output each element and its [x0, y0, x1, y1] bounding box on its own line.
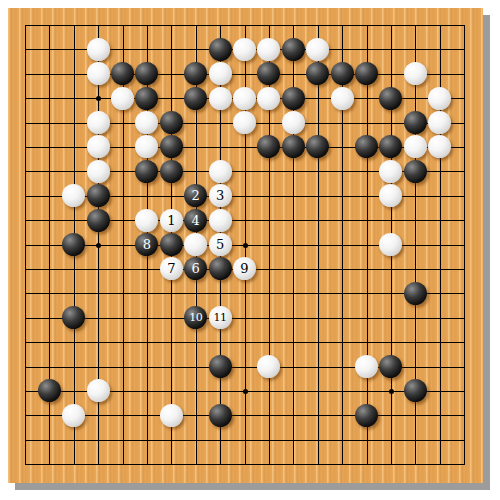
black-stone[interactable] [257, 135, 280, 158]
white-stone-move-9[interactable]: 9 [233, 257, 256, 280]
black-stone-move-10[interactable]: 10 [184, 306, 207, 329]
move-number-label: 2 [184, 184, 207, 207]
white-stone[interactable] [257, 38, 280, 61]
stones-layer: 2314857691011 [13, 13, 476, 476]
white-stone[interactable] [160, 404, 183, 427]
black-stone[interactable] [379, 87, 402, 110]
black-stone[interactable] [135, 160, 158, 183]
black-stone[interactable] [135, 62, 158, 85]
white-stone[interactable] [87, 160, 110, 183]
black-stone-move-6[interactable]: 6 [184, 257, 207, 280]
move-number-label: 1 [160, 209, 183, 232]
white-stone-move-3[interactable]: 3 [209, 184, 232, 207]
white-stone[interactable] [282, 111, 305, 134]
white-stone-move-5[interactable]: 5 [209, 233, 232, 256]
white-stone[interactable] [404, 135, 427, 158]
black-stone[interactable] [160, 160, 183, 183]
black-stone[interactable] [331, 62, 354, 85]
black-stone[interactable] [62, 233, 85, 256]
move-number-label: 6 [184, 257, 207, 280]
white-stone[interactable] [62, 184, 85, 207]
black-stone[interactable] [355, 135, 378, 158]
black-stone[interactable] [306, 135, 329, 158]
black-stone[interactable] [282, 38, 305, 61]
white-stone[interactable] [233, 111, 256, 134]
white-stone[interactable] [233, 38, 256, 61]
black-stone[interactable] [87, 209, 110, 232]
white-stone[interactable] [87, 111, 110, 134]
white-stone-move-7[interactable]: 7 [160, 257, 183, 280]
black-stone[interactable] [38, 379, 61, 402]
go-board[interactable]: 2314857691011 [8, 8, 483, 483]
black-stone[interactable] [135, 87, 158, 110]
black-stone[interactable] [209, 404, 232, 427]
black-stone-move-8[interactable]: 8 [135, 233, 158, 256]
black-stone-move-4[interactable]: 4 [184, 209, 207, 232]
move-number-label: 4 [184, 209, 207, 232]
black-stone[interactable] [160, 233, 183, 256]
white-stone[interactable] [87, 38, 110, 61]
white-stone[interactable] [62, 404, 85, 427]
move-number-label: 11 [209, 306, 232, 329]
white-stone[interactable] [428, 135, 451, 158]
white-stone-move-11[interactable]: 11 [209, 306, 232, 329]
move-number-label: 10 [184, 306, 207, 329]
black-stone[interactable] [160, 111, 183, 134]
black-stone[interactable] [184, 87, 207, 110]
white-stone[interactable] [87, 379, 110, 402]
black-stone[interactable] [209, 257, 232, 280]
black-stone[interactable] [404, 282, 427, 305]
black-stone[interactable] [209, 355, 232, 378]
white-stone[interactable] [404, 62, 427, 85]
black-stone[interactable] [379, 135, 402, 158]
black-stone[interactable] [257, 62, 280, 85]
white-stone[interactable] [257, 355, 280, 378]
white-stone[interactable] [428, 111, 451, 134]
black-stone[interactable] [379, 355, 402, 378]
black-stone[interactable] [282, 87, 305, 110]
black-stone-move-2[interactable]: 2 [184, 184, 207, 207]
white-stone[interactable] [209, 160, 232, 183]
white-stone[interactable] [184, 233, 207, 256]
white-stone[interactable] [306, 38, 329, 61]
white-stone[interactable] [331, 87, 354, 110]
move-number-label: 5 [209, 233, 232, 256]
white-stone[interactable] [355, 355, 378, 378]
black-stone[interactable] [184, 62, 207, 85]
move-number-label: 8 [135, 233, 158, 256]
black-stone[interactable] [62, 306, 85, 329]
white-stone[interactable] [209, 209, 232, 232]
black-stone[interactable] [404, 111, 427, 134]
white-stone[interactable] [87, 62, 110, 85]
black-stone[interactable] [306, 62, 329, 85]
white-stone[interactable] [257, 87, 280, 110]
white-stone[interactable] [209, 62, 232, 85]
white-stone[interactable] [135, 111, 158, 134]
white-stone-move-1[interactable]: 1 [160, 209, 183, 232]
black-stone[interactable] [111, 62, 134, 85]
white-stone[interactable] [428, 87, 451, 110]
black-stone[interactable] [355, 62, 378, 85]
move-number-label: 7 [160, 257, 183, 280]
white-stone[interactable] [209, 87, 232, 110]
white-stone[interactable] [87, 135, 110, 158]
black-stone[interactable] [209, 38, 232, 61]
black-stone[interactable] [160, 135, 183, 158]
black-stone[interactable] [404, 160, 427, 183]
black-stone[interactable] [355, 404, 378, 427]
white-stone[interactable] [379, 160, 402, 183]
move-number-label: 3 [209, 184, 232, 207]
white-stone[interactable] [379, 184, 402, 207]
black-stone[interactable] [282, 135, 305, 158]
white-stone[interactable] [233, 87, 256, 110]
black-stone[interactable] [87, 184, 110, 207]
white-stone[interactable] [135, 135, 158, 158]
black-stone[interactable] [404, 379, 427, 402]
white-stone[interactable] [135, 209, 158, 232]
white-stone[interactable] [379, 233, 402, 256]
move-number-label: 9 [233, 257, 256, 280]
white-stone[interactable] [111, 87, 134, 110]
